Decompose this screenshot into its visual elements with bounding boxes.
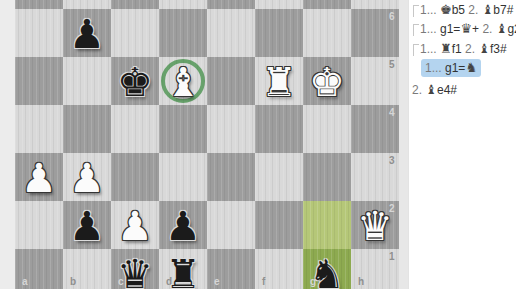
move-text[interactable]: e4# — [437, 83, 457, 97]
bishop-figurine-icon[interactable]: ♝ — [425, 82, 437, 97]
square-f6[interactable] — [255, 9, 303, 57]
square-e5[interactable] — [207, 57, 255, 105]
square-d4[interactable] — [159, 105, 207, 153]
coord-file-a: a — [22, 276, 28, 287]
coord-file-h: h — [358, 276, 364, 287]
square-c6[interactable] — [111, 9, 159, 57]
square-d3[interactable] — [159, 153, 207, 201]
board[interactable]: ♟♚♝♜♚♟♟♟♟♟♛♛♜♞654321abcdefgh — [15, 0, 399, 289]
variation-line-3[interactable]: 1... ♜f1 2. ♝f3# — [409, 41, 516, 58]
move-number: 2. — [482, 22, 495, 36]
square-c3[interactable] — [111, 153, 159, 201]
piece-black-pawn-b6[interactable]: ♟ — [63, 9, 111, 57]
move-list: 1... ♚b5 2. ♝b7#1... g1=♛+ 2. ♝g2#1... ♜… — [408, 0, 516, 289]
piece-black-pawn-d2[interactable]: ♟ — [159, 201, 207, 249]
coord-rank-3: 3 — [389, 155, 395, 166]
move-text[interactable]: g1= — [445, 61, 465, 75]
move-text[interactable]: g1= — [440, 22, 460, 36]
coord-rank-4: 4 — [389, 107, 395, 118]
move-text[interactable]: f1 — [452, 42, 465, 56]
piece-black-knight-g1[interactable]: ♞ — [303, 249, 351, 289]
coord-file-f: f — [262, 276, 265, 287]
move-number: 2. — [412, 83, 425, 97]
square-f7[interactable] — [255, 0, 303, 9]
piece-black-queen-c1[interactable]: ♛ — [111, 249, 159, 289]
variation-line-1[interactable]: 1... ♚b5 2. ♝b7# — [409, 2, 516, 19]
square-e6[interactable] — [207, 9, 255, 57]
variation-line-4[interactable]: 1... g1=♞ — [409, 59, 516, 76]
square-g4[interactable] — [303, 105, 351, 153]
move-number: 1... — [420, 22, 440, 36]
move-number: 1... — [420, 3, 440, 17]
current-move-highlight[interactable]: 1... g1=♞ — [421, 59, 481, 77]
move-text[interactable]: b5 — [452, 3, 469, 17]
coord-rank-6: 6 — [389, 11, 395, 22]
mainline-move[interactable]: 2. ♝e4# — [409, 82, 516, 99]
piece-white-bishop-d5[interactable]: ♝ — [159, 57, 207, 105]
move-number: 1... — [420, 42, 440, 56]
square-f4[interactable] — [255, 105, 303, 153]
square-d7[interactable] — [159, 0, 207, 9]
piece-black-pawn-b2[interactable]: ♟ — [63, 201, 111, 249]
square-e7[interactable] — [207, 0, 255, 9]
move-text[interactable]: g2# — [507, 22, 516, 36]
square-b7[interactable] — [63, 0, 111, 9]
square-g6[interactable] — [303, 9, 351, 57]
variation-line-2[interactable]: 1... g1=♛+ 2. ♝g2# — [409, 21, 516, 38]
coord-file-b: b — [70, 276, 76, 287]
square-h7[interactable] — [351, 0, 399, 9]
king-figurine-icon[interactable]: ♚ — [440, 2, 452, 17]
piece-white-pawn-c2[interactable]: ♟ — [111, 201, 159, 249]
piece-white-queen-h2[interactable]: ♛ — [351, 201, 399, 249]
variation-tree-elbow — [413, 5, 419, 17]
square-f3[interactable] — [255, 153, 303, 201]
piece-white-pawn-b3[interactable]: ♟ — [63, 153, 111, 201]
square-g7[interactable] — [303, 0, 351, 9]
coord-rank-1: 1 — [389, 251, 395, 262]
square-a2[interactable] — [15, 201, 63, 249]
coord-file-e: e — [214, 276, 220, 287]
panel-gap — [399, 0, 408, 289]
queen-figurine-icon[interactable]: ♛ — [460, 21, 472, 36]
square-e3[interactable] — [207, 153, 255, 201]
variation-tree-elbow — [413, 44, 419, 56]
piece-black-king-c5[interactable]: ♚ — [111, 57, 159, 105]
move-text[interactable]: + — [472, 22, 482, 36]
square-f2[interactable] — [255, 201, 303, 249]
bishop-figurine-icon[interactable]: ♝ — [482, 2, 494, 17]
square-a4[interactable] — [15, 105, 63, 153]
piece-white-rook-f5[interactable]: ♜ — [255, 57, 303, 105]
move-text[interactable]: f3# — [490, 42, 507, 56]
move-number: 2. — [468, 3, 481, 17]
variation-tree-elbow — [413, 24, 419, 36]
piece-white-pawn-a3[interactable]: ♟ — [15, 153, 63, 201]
square-g3[interactable] — [303, 153, 351, 201]
move-number: 2. — [465, 42, 478, 56]
coord-rank-5: 5 — [389, 59, 395, 70]
piece-white-king-g5[interactable]: ♚ — [303, 57, 351, 105]
square-c4[interactable] — [111, 105, 159, 153]
move-text[interactable]: b7# — [493, 3, 513, 17]
square-a6[interactable] — [15, 9, 63, 57]
square-b5[interactable] — [63, 57, 111, 105]
bishop-figurine-icon[interactable]: ♝ — [496, 21, 508, 36]
piece-black-rook-d1[interactable]: ♜ — [159, 249, 207, 289]
square-e4[interactable] — [207, 105, 255, 153]
square-b4[interactable] — [63, 105, 111, 153]
rook-figurine-icon[interactable]: ♜ — [440, 41, 452, 56]
square-g2[interactable] — [303, 201, 351, 249]
square-c7[interactable] — [111, 0, 159, 9]
bishop-figurine-icon[interactable]: ♝ — [478, 41, 490, 56]
app-window: ♟♚♝♜♚♟♟♟♟♟♛♛♜♞654321abcdefgh 1... ♚b5 2.… — [0, 0, 516, 289]
square-a5[interactable] — [15, 57, 63, 105]
move-number: 1... — [425, 61, 445, 75]
square-e2[interactable] — [207, 201, 255, 249]
square-d6[interactable] — [159, 9, 207, 57]
square-a7[interactable] — [15, 0, 63, 9]
knight-figurine-icon[interactable]: ♞ — [465, 60, 477, 75]
